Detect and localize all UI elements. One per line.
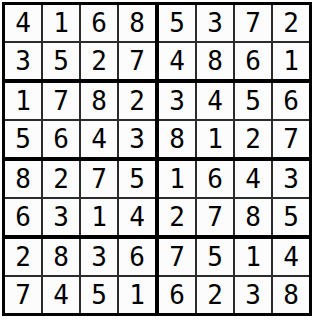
- cell-r2c3[interactable]: 2: [81, 43, 117, 79]
- cell-r4c2[interactable]: 6: [43, 121, 79, 157]
- cell-r8c6[interactable]: 2: [197, 277, 233, 313]
- box-r0c1: 53724861: [159, 5, 309, 79]
- cell-r3c4[interactable]: 2: [119, 83, 155, 119]
- cell-r5c2[interactable]: 2: [43, 161, 79, 197]
- cell-r5c5[interactable]: 1: [159, 161, 195, 197]
- cell-r6c6[interactable]: 7: [197, 199, 233, 235]
- cell-r6c2[interactable]: 3: [43, 199, 79, 235]
- cell-r1c6[interactable]: 3: [197, 5, 233, 41]
- cell-r4c4[interactable]: 3: [119, 121, 155, 157]
- cell-r8c5[interactable]: 6: [159, 277, 195, 313]
- cell-r4c5[interactable]: 8: [159, 121, 195, 157]
- sudoku-board: 4168352753724861178256433456812782756314…: [2, 2, 312, 316]
- cell-r7c5[interactable]: 7: [159, 239, 195, 275]
- cell-r6c7[interactable]: 8: [235, 199, 271, 235]
- cell-r7c2[interactable]: 8: [43, 239, 79, 275]
- cell-r1c7[interactable]: 7: [235, 5, 271, 41]
- cell-r8c2[interactable]: 4: [43, 277, 79, 313]
- cell-r8c7[interactable]: 3: [235, 277, 271, 313]
- cell-r4c6[interactable]: 1: [197, 121, 233, 157]
- cell-r5c8[interactable]: 3: [273, 161, 309, 197]
- box-r2c0: 82756314: [5, 161, 155, 235]
- cell-r2c2[interactable]: 5: [43, 43, 79, 79]
- box-r3c1: 75146238: [159, 239, 309, 313]
- cell-r3c2[interactable]: 7: [43, 83, 79, 119]
- cell-r1c2[interactable]: 1: [43, 5, 79, 41]
- cell-r3c3[interactable]: 8: [81, 83, 117, 119]
- cell-r2c1[interactable]: 3: [5, 43, 41, 79]
- cell-r3c7[interactable]: 5: [235, 83, 271, 119]
- cell-r8c3[interactable]: 5: [81, 277, 117, 313]
- cell-r7c4[interactable]: 6: [119, 239, 155, 275]
- box-r1c1: 34568127: [159, 83, 309, 157]
- cell-r4c3[interactable]: 4: [81, 121, 117, 157]
- cell-r1c4[interactable]: 8: [119, 5, 155, 41]
- cell-r5c7[interactable]: 4: [235, 161, 271, 197]
- page: 4168352753724861178256433456812782756314…: [0, 0, 312, 320]
- cell-r8c4[interactable]: 1: [119, 277, 155, 313]
- cell-r1c1[interactable]: 4: [5, 5, 41, 41]
- box-r1c0: 17825643: [5, 83, 155, 157]
- cell-r6c4[interactable]: 4: [119, 199, 155, 235]
- cell-r7c7[interactable]: 1: [235, 239, 271, 275]
- box-r0c0: 41683527: [5, 5, 155, 79]
- cell-r4c8[interactable]: 7: [273, 121, 309, 157]
- cell-r2c8[interactable]: 1: [273, 43, 309, 79]
- cell-r3c8[interactable]: 6: [273, 83, 309, 119]
- cell-r2c7[interactable]: 6: [235, 43, 271, 79]
- cell-r6c8[interactable]: 5: [273, 199, 309, 235]
- cell-r7c3[interactable]: 3: [81, 239, 117, 275]
- cell-r6c1[interactable]: 6: [5, 199, 41, 235]
- cell-r2c4[interactable]: 7: [119, 43, 155, 79]
- cell-r2c5[interactable]: 4: [159, 43, 195, 79]
- cell-r7c1[interactable]: 2: [5, 239, 41, 275]
- cell-r2c6[interactable]: 8: [197, 43, 233, 79]
- cell-r5c4[interactable]: 5: [119, 161, 155, 197]
- box-r3c0: 28367451: [5, 239, 155, 313]
- cell-r5c6[interactable]: 6: [197, 161, 233, 197]
- cell-r1c8[interactable]: 2: [273, 5, 309, 41]
- cell-r8c1[interactable]: 7: [5, 277, 41, 313]
- cell-r1c3[interactable]: 6: [81, 5, 117, 41]
- cell-r6c5[interactable]: 2: [159, 199, 195, 235]
- cell-r7c8[interactable]: 4: [273, 239, 309, 275]
- cell-r4c7[interactable]: 2: [235, 121, 271, 157]
- cell-r4c1[interactable]: 5: [5, 121, 41, 157]
- cell-r3c6[interactable]: 4: [197, 83, 233, 119]
- cell-r3c5[interactable]: 3: [159, 83, 195, 119]
- cell-r5c3[interactable]: 7: [81, 161, 117, 197]
- cell-r3c1[interactable]: 1: [5, 83, 41, 119]
- cell-r8c8[interactable]: 8: [273, 277, 309, 313]
- cell-r7c6[interactable]: 5: [197, 239, 233, 275]
- box-r2c1: 16432785: [159, 161, 309, 235]
- cell-r6c3[interactable]: 1: [81, 199, 117, 235]
- cell-r1c5[interactable]: 5: [159, 5, 195, 41]
- cell-r5c1[interactable]: 8: [5, 161, 41, 197]
